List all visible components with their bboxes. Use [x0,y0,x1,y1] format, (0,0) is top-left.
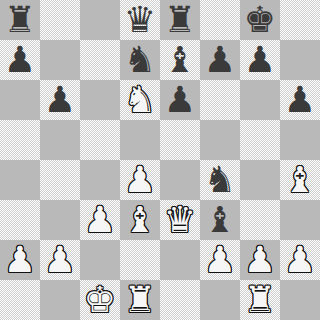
black-pawn[interactable]: ♟ [4,40,36,80]
square-b7[interactable] [40,40,80,80]
black-rook[interactable]: ♜ [164,0,196,40]
white-king[interactable]: ♚ [84,280,116,320]
square-g3[interactable] [240,200,280,240]
square-f6[interactable] [200,80,240,120]
square-b1[interactable] [40,280,80,320]
square-f8[interactable] [200,0,240,40]
white-pawn[interactable]: ♟ [44,240,76,280]
square-f7[interactable]: ♟ [200,40,240,80]
white-pawn[interactable]: ♟ [204,240,236,280]
square-f5[interactable] [200,120,240,160]
black-knight[interactable]: ♞ [204,160,236,200]
square-e8[interactable]: ♜ [160,0,200,40]
square-b8[interactable] [40,0,80,40]
square-b3[interactable] [40,200,80,240]
square-d6[interactable]: ♞ [120,80,160,120]
black-bishop[interactable]: ♝ [204,200,236,240]
square-a8[interactable]: ♜ [0,0,40,40]
white-pawn[interactable]: ♟ [284,240,316,280]
square-g5[interactable] [240,120,280,160]
square-c1[interactable]: ♚ [80,280,120,320]
square-a1[interactable] [0,280,40,320]
white-pawn[interactable]: ♟ [4,240,36,280]
square-c4[interactable] [80,160,120,200]
square-h6[interactable]: ♟ [280,80,320,120]
white-pawn[interactable]: ♟ [244,240,276,280]
white-rook[interactable]: ♜ [124,280,156,320]
square-g4[interactable] [240,160,280,200]
square-b6[interactable]: ♟ [40,80,80,120]
white-rook[interactable]: ♜ [244,280,276,320]
square-h1[interactable] [280,280,320,320]
square-d3[interactable]: ♝ [120,200,160,240]
square-e5[interactable] [160,120,200,160]
square-g1[interactable]: ♜ [240,280,280,320]
square-e1[interactable] [160,280,200,320]
chess-board: ♜♛♜♚♟♞♝♟♟♟♞♟♟♟♞♝♟♝♛♝♟♟♟♟♟♚♜♜ [0,0,320,320]
black-knight[interactable]: ♞ [124,40,156,80]
square-f4[interactable]: ♞ [200,160,240,200]
square-b4[interactable] [40,160,80,200]
chess-diagram: ♜♛♜♚♟♞♝♟♟♟♞♟♟♟♞♝♟♝♛♝♟♟♟♟♟♚♜♜ [0,0,320,320]
square-a7[interactable]: ♟ [0,40,40,80]
square-d4[interactable]: ♟ [120,160,160,200]
square-a6[interactable] [0,80,40,120]
square-g8[interactable]: ♚ [240,0,280,40]
black-queen[interactable]: ♛ [124,0,156,40]
black-pawn[interactable]: ♟ [204,40,236,80]
square-b2[interactable]: ♟ [40,240,80,280]
square-f1[interactable] [200,280,240,320]
white-pawn[interactable]: ♟ [84,200,116,240]
square-h4[interactable]: ♝ [280,160,320,200]
square-h8[interactable] [280,0,320,40]
square-d8[interactable]: ♛ [120,0,160,40]
square-c5[interactable] [80,120,120,160]
square-e7[interactable]: ♝ [160,40,200,80]
square-b5[interactable] [40,120,80,160]
black-pawn[interactable]: ♟ [44,80,76,120]
white-pawn[interactable]: ♟ [124,160,156,200]
white-bishop[interactable]: ♝ [124,200,156,240]
square-e4[interactable] [160,160,200,200]
square-f3[interactable]: ♝ [200,200,240,240]
black-pawn[interactable]: ♟ [244,40,276,80]
square-d5[interactable] [120,120,160,160]
square-a2[interactable]: ♟ [0,240,40,280]
square-g6[interactable] [240,80,280,120]
square-h2[interactable]: ♟ [280,240,320,280]
square-a4[interactable] [0,160,40,200]
square-e2[interactable] [160,240,200,280]
square-c6[interactable] [80,80,120,120]
black-king[interactable]: ♚ [244,0,276,40]
square-d1[interactable]: ♜ [120,280,160,320]
square-c7[interactable] [80,40,120,80]
black-bishop[interactable]: ♝ [164,40,196,80]
white-queen[interactable]: ♛ [164,200,196,240]
square-a5[interactable] [0,120,40,160]
square-h5[interactable] [280,120,320,160]
square-d7[interactable]: ♞ [120,40,160,80]
square-e6[interactable]: ♟ [160,80,200,120]
square-c3[interactable]: ♟ [80,200,120,240]
black-pawn[interactable]: ♟ [284,80,316,120]
square-g7[interactable]: ♟ [240,40,280,80]
black-rook[interactable]: ♜ [4,0,36,40]
square-f2[interactable]: ♟ [200,240,240,280]
square-d2[interactable] [120,240,160,280]
square-c8[interactable] [80,0,120,40]
square-h3[interactable] [280,200,320,240]
square-a3[interactable] [0,200,40,240]
black-pawn[interactable]: ♟ [164,80,196,120]
square-g2[interactable]: ♟ [240,240,280,280]
square-c2[interactable] [80,240,120,280]
square-e3[interactable]: ♛ [160,200,200,240]
white-knight[interactable]: ♞ [124,80,156,120]
square-h7[interactable] [280,40,320,80]
white-bishop[interactable]: ♝ [284,160,316,200]
